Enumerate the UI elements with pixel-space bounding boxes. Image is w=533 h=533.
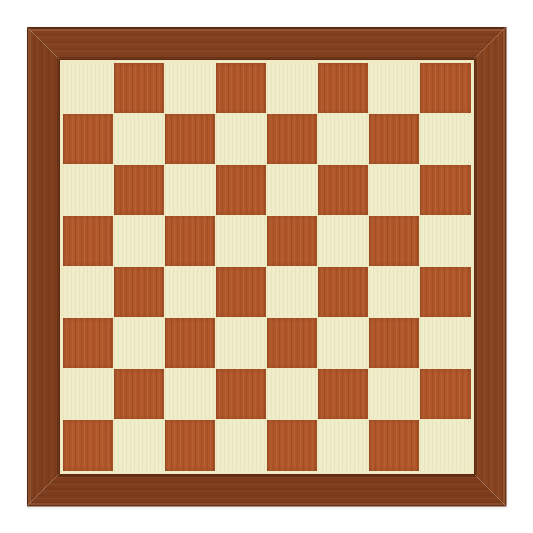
square-e8[interactable] <box>267 63 317 113</box>
square-g3[interactable] <box>369 318 419 368</box>
square-g6[interactable] <box>369 165 419 215</box>
square-e5[interactable] <box>267 216 317 266</box>
square-c1[interactable] <box>165 420 215 470</box>
square-h8[interactable] <box>420 63 470 113</box>
square-c2[interactable] <box>165 369 215 419</box>
board-frame-left <box>27 27 60 507</box>
square-h3[interactable] <box>420 318 470 368</box>
chess-board <box>27 27 507 507</box>
square-e1[interactable] <box>267 420 317 470</box>
square-c7[interactable] <box>165 114 215 164</box>
square-h1[interactable] <box>420 420 470 470</box>
square-b7[interactable] <box>114 114 164 164</box>
square-g7[interactable] <box>369 114 419 164</box>
square-a5[interactable] <box>63 216 113 266</box>
square-d2[interactable] <box>216 369 266 419</box>
square-h5[interactable] <box>420 216 470 266</box>
square-a7[interactable] <box>63 114 113 164</box>
square-b1[interactable] <box>114 420 164 470</box>
square-d6[interactable] <box>216 165 266 215</box>
square-c5[interactable] <box>165 216 215 266</box>
square-f5[interactable] <box>318 216 368 266</box>
square-c4[interactable] <box>165 267 215 317</box>
square-a1[interactable] <box>63 420 113 470</box>
square-e2[interactable] <box>267 369 317 419</box>
square-b4[interactable] <box>114 267 164 317</box>
square-f3[interactable] <box>318 318 368 368</box>
square-d4[interactable] <box>216 267 266 317</box>
square-f2[interactable] <box>318 369 368 419</box>
square-a8[interactable] <box>63 63 113 113</box>
square-b3[interactable] <box>114 318 164 368</box>
square-c8[interactable] <box>165 63 215 113</box>
square-h6[interactable] <box>420 165 470 215</box>
square-g1[interactable] <box>369 420 419 470</box>
square-d5[interactable] <box>216 216 266 266</box>
square-d8[interactable] <box>216 63 266 113</box>
square-f7[interactable] <box>318 114 368 164</box>
square-b5[interactable] <box>114 216 164 266</box>
square-e3[interactable] <box>267 318 317 368</box>
square-g2[interactable] <box>369 369 419 419</box>
square-c6[interactable] <box>165 165 215 215</box>
square-h7[interactable] <box>420 114 470 164</box>
square-a6[interactable] <box>63 165 113 215</box>
square-f1[interactable] <box>318 420 368 470</box>
board-frame-bottom <box>27 474 507 507</box>
square-h2[interactable] <box>420 369 470 419</box>
square-b8[interactable] <box>114 63 164 113</box>
square-f8[interactable] <box>318 63 368 113</box>
square-f4[interactable] <box>318 267 368 317</box>
square-d3[interactable] <box>216 318 266 368</box>
square-c3[interactable] <box>165 318 215 368</box>
square-e7[interactable] <box>267 114 317 164</box>
square-e4[interactable] <box>267 267 317 317</box>
square-d1[interactable] <box>216 420 266 470</box>
square-b2[interactable] <box>114 369 164 419</box>
square-g5[interactable] <box>369 216 419 266</box>
page-background <box>0 0 533 533</box>
board-frame-top <box>27 27 507 60</box>
square-a2[interactable] <box>63 369 113 419</box>
square-a4[interactable] <box>63 267 113 317</box>
square-f6[interactable] <box>318 165 368 215</box>
board-frame-right <box>474 27 507 507</box>
square-g8[interactable] <box>369 63 419 113</box>
square-h4[interactable] <box>420 267 470 317</box>
square-b6[interactable] <box>114 165 164 215</box>
board-grid <box>63 63 471 471</box>
square-a3[interactable] <box>63 318 113 368</box>
square-g4[interactable] <box>369 267 419 317</box>
board-inlay-border <box>60 60 474 474</box>
square-e6[interactable] <box>267 165 317 215</box>
square-d7[interactable] <box>216 114 266 164</box>
